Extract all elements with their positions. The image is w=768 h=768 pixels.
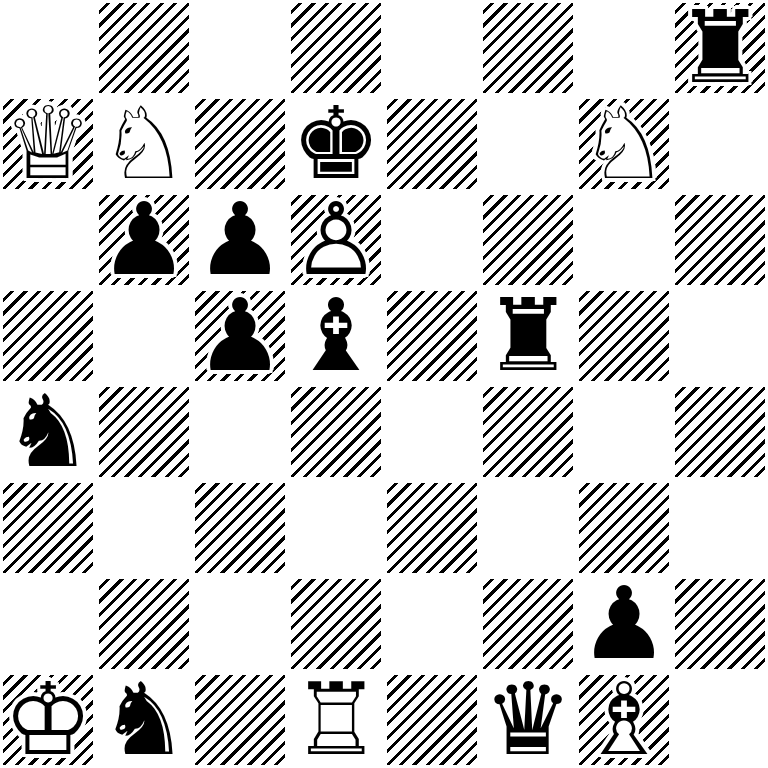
square-e3[interactable]	[384, 480, 480, 576]
piece-white-queen: ♕	[0, 94, 96, 190]
square-c1[interactable]	[192, 672, 288, 768]
square-f4[interactable]	[480, 384, 576, 480]
square-g7[interactable]: ♞♘	[576, 96, 672, 192]
square-f1[interactable]: ♛♛	[480, 672, 576, 768]
square-b1[interactable]: ♞♞	[96, 672, 192, 768]
piece-black-pawn: ♟	[96, 190, 192, 286]
square-b7[interactable]: ♞♘	[96, 96, 192, 192]
piece-white-knight: ♘	[96, 94, 192, 190]
square-g5[interactable]	[576, 288, 672, 384]
piece-halo: ♜	[288, 670, 384, 766]
piece-halo: ♞	[96, 670, 192, 766]
square-d4[interactable]	[288, 384, 384, 480]
piece-halo: ♝	[576, 670, 672, 766]
square-d5[interactable]: ♝♝	[288, 288, 384, 384]
piece-black-knight: ♞	[96, 670, 192, 766]
square-a2[interactable]	[0, 576, 96, 672]
square-b5[interactable]	[96, 288, 192, 384]
square-a6[interactable]	[0, 192, 96, 288]
square-a7[interactable]: ♛♕	[0, 96, 96, 192]
square-e1[interactable]	[384, 672, 480, 768]
piece-black-rook: ♜	[672, 0, 768, 94]
square-h6[interactable]	[672, 192, 768, 288]
square-b6[interactable]: ♟♟	[96, 192, 192, 288]
square-c7[interactable]	[192, 96, 288, 192]
square-h2[interactable]	[672, 576, 768, 672]
square-a4[interactable]: ♞♞	[0, 384, 96, 480]
square-f7[interactable]	[480, 96, 576, 192]
square-b3[interactable]	[96, 480, 192, 576]
square-f3[interactable]	[480, 480, 576, 576]
square-g4[interactable]	[576, 384, 672, 480]
square-d8[interactable]	[288, 0, 384, 96]
piece-white-pawn: ♙	[288, 190, 384, 286]
square-c6[interactable]: ♟♟	[192, 192, 288, 288]
square-c5[interactable]: ♟♟	[192, 288, 288, 384]
piece-halo: ♛	[0, 94, 96, 190]
chess-diagram: ♜♜♛♕♞♘♚♚♞♘♟♟♟♟♟♙♟♟♝♝♜♜♞♞♟♟♚♔♞♞♜♖♛♛♝♗	[0, 0, 768, 768]
square-f6[interactable]	[480, 192, 576, 288]
square-f5[interactable]: ♜♜	[480, 288, 576, 384]
piece-halo: ♝	[288, 286, 384, 382]
chessboard: ♜♜♛♕♞♘♚♚♞♘♟♟♟♟♟♙♟♟♝♝♜♜♞♞♟♟♚♔♞♞♜♖♛♛♝♗	[0, 0, 768, 768]
square-e6[interactable]	[384, 192, 480, 288]
square-h5[interactable]	[672, 288, 768, 384]
square-b8[interactable]	[96, 0, 192, 96]
piece-black-pawn: ♟	[576, 574, 672, 670]
piece-halo: ♟	[288, 190, 384, 286]
square-g8[interactable]	[576, 0, 672, 96]
square-d1[interactable]: ♜♖	[288, 672, 384, 768]
square-c8[interactable]	[192, 0, 288, 96]
square-f8[interactable]	[480, 0, 576, 96]
square-e8[interactable]	[384, 0, 480, 96]
square-b2[interactable]	[96, 576, 192, 672]
square-e4[interactable]	[384, 384, 480, 480]
piece-halo: ♟	[192, 286, 288, 382]
piece-halo: ♚	[288, 94, 384, 190]
piece-halo: ♞	[0, 382, 96, 478]
square-e2[interactable]	[384, 576, 480, 672]
piece-halo: ♞	[96, 94, 192, 190]
square-c4[interactable]	[192, 384, 288, 480]
piece-black-rook: ♜	[480, 286, 576, 382]
square-h7[interactable]	[672, 96, 768, 192]
piece-white-rook: ♖	[288, 670, 384, 766]
piece-halo: ♟	[192, 190, 288, 286]
piece-white-knight: ♘	[576, 94, 672, 190]
square-a5[interactable]	[0, 288, 96, 384]
piece-halo: ♛	[480, 670, 576, 766]
piece-halo: ♟	[576, 574, 672, 670]
square-h8[interactable]: ♜♜	[672, 0, 768, 96]
square-d7[interactable]: ♚♚	[288, 96, 384, 192]
square-b4[interactable]	[96, 384, 192, 480]
piece-black-king: ♚	[288, 94, 384, 190]
square-a3[interactable]	[0, 480, 96, 576]
square-g6[interactable]	[576, 192, 672, 288]
piece-black-pawn: ♟	[192, 190, 288, 286]
square-c3[interactable]	[192, 480, 288, 576]
square-g2[interactable]: ♟♟	[576, 576, 672, 672]
piece-black-knight: ♞	[0, 382, 96, 478]
square-e7[interactable]	[384, 96, 480, 192]
square-d6[interactable]: ♟♙	[288, 192, 384, 288]
piece-halo: ♚	[0, 670, 96, 766]
piece-halo: ♞	[576, 94, 672, 190]
square-a8[interactable]	[0, 0, 96, 96]
piece-black-queen: ♛	[480, 670, 576, 766]
piece-white-king: ♔	[0, 670, 96, 766]
piece-halo: ♟	[96, 190, 192, 286]
piece-halo: ♜	[480, 286, 576, 382]
square-h4[interactable]	[672, 384, 768, 480]
piece-white-bishop: ♗	[576, 670, 672, 766]
square-e5[interactable]	[384, 288, 480, 384]
square-g1[interactable]: ♝♗	[576, 672, 672, 768]
piece-halo: ♜	[672, 0, 768, 94]
square-h1[interactable]	[672, 672, 768, 768]
piece-black-pawn: ♟	[192, 286, 288, 382]
square-h3[interactable]	[672, 480, 768, 576]
square-f2[interactable]	[480, 576, 576, 672]
square-g3[interactable]	[576, 480, 672, 576]
square-d3[interactable]	[288, 480, 384, 576]
piece-black-bishop: ♝	[288, 286, 384, 382]
square-c2[interactable]	[192, 576, 288, 672]
square-d2[interactable]	[288, 576, 384, 672]
square-a1[interactable]: ♚♔	[0, 672, 96, 768]
